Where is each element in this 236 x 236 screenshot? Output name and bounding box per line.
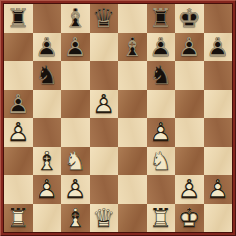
square-g3[interactable] [175, 147, 204, 176]
square-d5[interactable]: ♟♙ [90, 90, 119, 119]
piece-white-pawn-icon: ♟♙ [204, 175, 233, 204]
piece-outline-glyph: ♗ [33, 147, 62, 176]
square-h7[interactable]: ♟♙ [204, 33, 233, 62]
piece-outline-glyph: ♙ [90, 90, 119, 119]
square-g8[interactable]: ♚♔ [175, 4, 204, 33]
square-a6[interactable] [4, 61, 33, 90]
square-a1[interactable]: ♜♖ [4, 204, 33, 233]
square-g1[interactable]: ♚♔ [175, 204, 204, 233]
square-f2[interactable] [147, 175, 176, 204]
square-f7[interactable]: ♟♙ [147, 33, 176, 62]
square-b8[interactable] [33, 4, 62, 33]
square-b6[interactable]: ♞♘ [33, 61, 62, 90]
square-d3[interactable] [90, 147, 119, 176]
piece-white-pawn-icon: ♟♙ [175, 175, 204, 204]
piece-black-pawn-icon: ♟♙ [175, 33, 204, 62]
square-f8[interactable]: ♜♖ [147, 4, 176, 33]
square-g6[interactable] [175, 61, 204, 90]
piece-outline-glyph: ♙ [61, 33, 90, 62]
piece-black-knight-icon: ♞♘ [33, 61, 62, 90]
piece-black-king-icon: ♚♔ [175, 4, 204, 33]
square-b7[interactable]: ♟♙ [33, 33, 62, 62]
piece-outline-glyph: ♙ [61, 175, 90, 204]
square-a5[interactable]: ♟♙ [4, 90, 33, 119]
piece-outline-glyph: ♔ [175, 4, 204, 33]
square-h6[interactable] [204, 61, 233, 90]
piece-outline-glyph: ♘ [61, 147, 90, 176]
square-a3[interactable] [4, 147, 33, 176]
piece-black-pawn-icon: ♟♙ [33, 33, 62, 62]
square-d2[interactable] [90, 175, 119, 204]
piece-black-pawn-icon: ♟♙ [147, 33, 176, 62]
piece-outline-glyph: ♗ [61, 4, 90, 33]
piece-outline-glyph: ♙ [33, 175, 62, 204]
square-h1[interactable] [204, 204, 233, 233]
square-b5[interactable] [33, 90, 62, 119]
piece-outline-glyph: ♗ [118, 33, 147, 62]
piece-outline-glyph: ♗ [61, 204, 90, 233]
piece-white-knight-icon: ♞♘ [147, 147, 176, 176]
square-c2[interactable]: ♟♙ [61, 175, 90, 204]
square-g7[interactable]: ♟♙ [175, 33, 204, 62]
piece-white-pawn-icon: ♟♙ [61, 175, 90, 204]
square-b2[interactable]: ♟♙ [33, 175, 62, 204]
square-c5[interactable] [61, 90, 90, 119]
piece-white-queen-icon: ♛♕ [90, 204, 119, 233]
square-e4[interactable] [118, 118, 147, 147]
piece-black-rook-icon: ♜♖ [147, 4, 176, 33]
square-f4[interactable]: ♟♙ [147, 118, 176, 147]
piece-white-pawn-icon: ♟♙ [147, 118, 176, 147]
square-a2[interactable] [4, 175, 33, 204]
piece-black-knight-icon: ♞♘ [147, 61, 176, 90]
square-h5[interactable] [204, 90, 233, 119]
square-f6[interactable]: ♞♘ [147, 61, 176, 90]
square-d8[interactable]: ♛♕ [90, 4, 119, 33]
piece-white-bishop-icon: ♝♗ [61, 204, 90, 233]
square-d6[interactable] [90, 61, 119, 90]
piece-outline-glyph: ♙ [204, 175, 233, 204]
piece-outline-glyph: ♔ [175, 204, 204, 233]
square-a7[interactable] [4, 33, 33, 62]
square-e7[interactable]: ♝♗ [118, 33, 147, 62]
piece-outline-glyph: ♕ [90, 4, 119, 33]
piece-black-bishop-icon: ♝♗ [118, 33, 147, 62]
square-c6[interactable] [61, 61, 90, 90]
square-b4[interactable] [33, 118, 62, 147]
piece-black-rook-icon: ♜♖ [4, 4, 33, 33]
square-f3[interactable]: ♞♘ [147, 147, 176, 176]
piece-outline-glyph: ♙ [4, 118, 33, 147]
square-e8[interactable] [118, 4, 147, 33]
piece-outline-glyph: ♖ [147, 4, 176, 33]
square-h4[interactable] [204, 118, 233, 147]
square-e1[interactable] [118, 204, 147, 233]
square-g4[interactable] [175, 118, 204, 147]
square-e3[interactable] [118, 147, 147, 176]
square-h8[interactable] [204, 4, 233, 33]
square-h2[interactable]: ♟♙ [204, 175, 233, 204]
square-d1[interactable]: ♛♕ [90, 204, 119, 233]
square-c7[interactable]: ♟♙ [61, 33, 90, 62]
square-e2[interactable] [118, 175, 147, 204]
piece-white-rook-icon: ♜♖ [4, 204, 33, 233]
chessboard-screenshot: ♜♖♝♗♛♕♜♖♚♔♟♙♟♙♝♗♟♙♟♙♟♙♞♘♞♘♟♙♟♙♟♙♟♙♝♗♞♘♞♘… [0, 0, 236, 236]
square-e6[interactable] [118, 61, 147, 90]
piece-white-pawn-icon: ♟♙ [33, 175, 62, 204]
piece-white-bishop-icon: ♝♗ [33, 147, 62, 176]
square-b1[interactable] [33, 204, 62, 233]
piece-outline-glyph: ♖ [147, 204, 176, 233]
square-b3[interactable]: ♝♗ [33, 147, 62, 176]
square-d7[interactable] [90, 33, 119, 62]
square-e5[interactable] [118, 90, 147, 119]
piece-black-pawn-icon: ♟♙ [204, 33, 233, 62]
square-c4[interactable] [61, 118, 90, 147]
piece-white-knight-icon: ♞♘ [61, 147, 90, 176]
piece-outline-glyph: ♙ [147, 33, 176, 62]
piece-white-pawn-icon: ♟♙ [4, 118, 33, 147]
square-h3[interactable] [204, 147, 233, 176]
piece-black-pawn-icon: ♟♙ [61, 33, 90, 62]
square-c1[interactable]: ♝♗ [61, 204, 90, 233]
square-d4[interactable] [90, 118, 119, 147]
piece-outline-glyph: ♘ [147, 61, 176, 90]
piece-white-pawn-icon: ♟♙ [90, 90, 119, 119]
piece-outline-glyph: ♙ [175, 33, 204, 62]
piece-outline-glyph: ♙ [175, 175, 204, 204]
square-f1[interactable]: ♜♖ [147, 204, 176, 233]
piece-outline-glyph: ♙ [4, 90, 33, 119]
square-a4[interactable]: ♟♙ [4, 118, 33, 147]
piece-outline-glyph: ♖ [4, 204, 33, 233]
piece-outline-glyph: ♘ [33, 61, 62, 90]
square-f5[interactable] [147, 90, 176, 119]
piece-outline-glyph: ♕ [90, 204, 119, 233]
piece-outline-glyph: ♙ [33, 33, 62, 62]
piece-outline-glyph: ♖ [4, 4, 33, 33]
piece-outline-glyph: ♙ [204, 33, 233, 62]
square-g2[interactable]: ♟♙ [175, 175, 204, 204]
piece-black-queen-icon: ♛♕ [90, 4, 119, 33]
square-c8[interactable]: ♝♗ [61, 4, 90, 33]
piece-outline-glyph: ♘ [147, 147, 176, 176]
piece-black-pawn-icon: ♟♙ [4, 90, 33, 119]
piece-white-rook-icon: ♜♖ [147, 204, 176, 233]
piece-white-king-icon: ♚♔ [175, 204, 204, 233]
square-c3[interactable]: ♞♘ [61, 147, 90, 176]
piece-black-bishop-icon: ♝♗ [61, 4, 90, 33]
piece-outline-glyph: ♙ [147, 118, 176, 147]
square-a8[interactable]: ♜♖ [4, 4, 33, 33]
chess-board: ♜♖♝♗♛♕♜♖♚♔♟♙♟♙♝♗♟♙♟♙♟♙♞♘♞♘♟♙♟♙♟♙♟♙♝♗♞♘♞♘… [4, 4, 232, 232]
square-g5[interactable] [175, 90, 204, 119]
